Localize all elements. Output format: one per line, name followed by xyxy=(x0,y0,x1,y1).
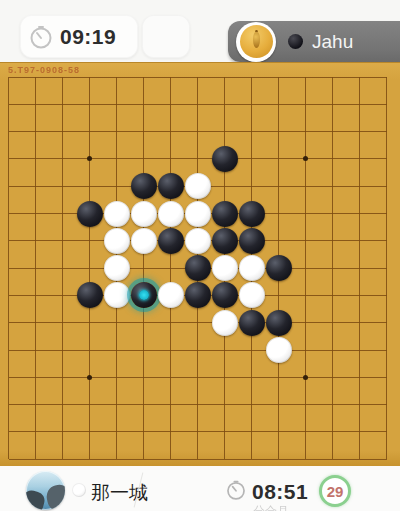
black-stone-icon xyxy=(288,34,303,49)
stone-black xyxy=(77,201,103,227)
stone-black xyxy=(131,173,157,199)
board-watermark: 5.T97-0908-58 xyxy=(8,65,80,75)
stone-white xyxy=(131,201,157,227)
stone-black xyxy=(239,201,265,227)
move-countdown-value: 29 xyxy=(327,483,344,500)
grid-line-vertical xyxy=(305,77,306,459)
stone-white xyxy=(185,228,211,254)
stone-white xyxy=(158,201,184,227)
stone-black xyxy=(185,282,211,308)
stone-white xyxy=(212,255,238,281)
stone-white xyxy=(239,282,265,308)
stone-black xyxy=(158,173,184,199)
stone-white xyxy=(104,228,130,254)
stone-black xyxy=(212,146,238,172)
stone-black xyxy=(212,228,238,254)
top-bar: 09:19 Jahu xyxy=(0,0,400,62)
grid-line-vertical xyxy=(386,77,387,459)
black-timer: 09:19 xyxy=(60,25,116,49)
captures-pill xyxy=(142,15,190,58)
opponent-avatar[interactable] xyxy=(236,22,276,62)
stone-black xyxy=(212,282,238,308)
stone-white xyxy=(185,173,211,199)
stone-black xyxy=(266,310,292,336)
stone-white xyxy=(239,255,265,281)
stone-black xyxy=(239,228,265,254)
white-stone-icon xyxy=(72,483,86,497)
white-timer: 08:51 xyxy=(252,480,308,504)
player-avatar[interactable] xyxy=(26,471,65,510)
star-point xyxy=(303,375,308,380)
stone-black-last-move xyxy=(131,282,157,308)
grid-line-horizontal xyxy=(9,404,387,405)
stone-white xyxy=(158,282,184,308)
opponent-name: Jahu xyxy=(312,31,353,53)
stone-black xyxy=(239,310,265,336)
stone-white xyxy=(104,255,130,281)
gomoku-board[interactable]: 5.T97-0908-58 xyxy=(0,62,400,467)
stone-white xyxy=(131,228,157,254)
grid-line-vertical xyxy=(332,77,333,459)
stone-black xyxy=(185,255,211,281)
grid-line-horizontal xyxy=(9,322,387,323)
stone-black xyxy=(266,255,292,281)
opponent-avatar-image xyxy=(240,25,273,58)
opponent-card[interactable]: Jahu xyxy=(228,21,400,62)
grid-line-horizontal xyxy=(9,459,387,460)
black-timer-pill: 09:19 xyxy=(20,15,138,58)
stone-black xyxy=(158,228,184,254)
grid-line-horizontal xyxy=(9,431,387,432)
clock-icon xyxy=(225,479,247,501)
grid-line-horizontal xyxy=(9,377,387,378)
star-point xyxy=(303,156,308,161)
stone-white xyxy=(266,337,292,363)
star-point xyxy=(87,375,92,380)
stone-white xyxy=(104,201,130,227)
stone-black xyxy=(77,282,103,308)
move-countdown-badge: 29 xyxy=(319,475,351,507)
stone-white xyxy=(104,282,130,308)
grid-line-horizontal xyxy=(9,350,387,351)
stone-white xyxy=(185,201,211,227)
footer-watermark: 分合月 xyxy=(253,503,289,511)
stone-black xyxy=(212,201,238,227)
grid-line-vertical xyxy=(359,77,360,459)
clock-icon xyxy=(28,24,54,50)
star-point xyxy=(87,156,92,161)
stone-white xyxy=(212,310,238,336)
